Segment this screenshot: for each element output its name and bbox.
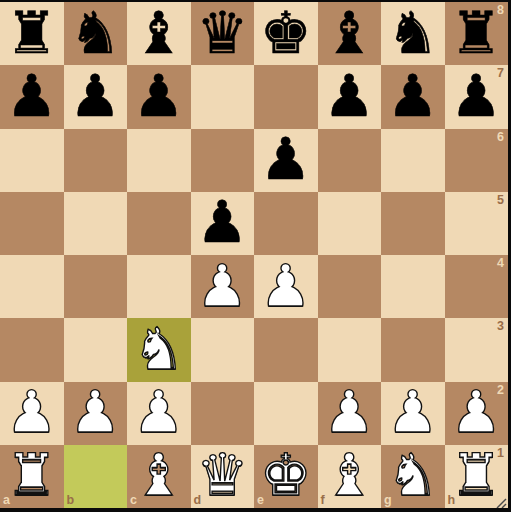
square-d8[interactable]: ♛ — [191, 2, 255, 65]
square-d6[interactable] — [191, 129, 255, 192]
coord-file-h: h — [448, 494, 456, 507]
square-c4[interactable] — [127, 255, 191, 318]
square-d7[interactable] — [191, 65, 255, 128]
square-h1[interactable]: ♜h1 — [445, 445, 509, 508]
piece-black-pawn: ♟ — [69, 67, 121, 125]
piece-white-pawn: ♟ — [260, 257, 312, 315]
board-frame: ♜♞♝♛♚♝♞♜8♟♟♟♟♟♟7♟6♟5♟♟4♞3♟♟♟♟♟♟2♜ab♝c♛d♚… — [0, 0, 511, 512]
piece-black-bishop: ♝ — [133, 4, 185, 62]
square-b6[interactable] — [64, 129, 128, 192]
piece-white-bishop: ♝ — [323, 446, 375, 504]
square-b4[interactable] — [64, 255, 128, 318]
piece-white-pawn: ♟ — [133, 383, 185, 441]
piece-white-knight: ♞ — [387, 446, 439, 504]
chess-board: ♜♞♝♛♚♝♞♜8♟♟♟♟♟♟7♟6♟5♟♟4♞3♟♟♟♟♟♟2♜ab♝c♛d♚… — [0, 2, 508, 508]
coord-file-b: b — [67, 494, 75, 507]
square-d1[interactable]: ♛d — [191, 445, 255, 508]
piece-white-pawn: ♟ — [69, 383, 121, 441]
piece-white-bishop: ♝ — [133, 446, 185, 504]
piece-black-pawn: ♟ — [450, 67, 502, 125]
square-a6[interactable] — [0, 129, 64, 192]
square-b5[interactable] — [64, 192, 128, 255]
square-g1[interactable]: ♞g — [381, 445, 445, 508]
piece-white-knight: ♞ — [133, 320, 185, 378]
coord-rank-8: 8 — [497, 4, 504, 17]
piece-black-pawn: ♟ — [387, 67, 439, 125]
square-a2[interactable]: ♟ — [0, 382, 64, 445]
square-c3[interactable]: ♞ — [127, 318, 191, 381]
square-h3[interactable]: 3 — [445, 318, 509, 381]
square-f8[interactable]: ♝ — [318, 2, 382, 65]
piece-black-pawn: ♟ — [260, 130, 312, 188]
square-h6[interactable]: 6 — [445, 129, 509, 192]
coord-file-c: c — [130, 494, 137, 507]
coord-rank-6: 6 — [497, 131, 504, 144]
piece-black-pawn: ♟ — [6, 67, 58, 125]
square-a5[interactable] — [0, 192, 64, 255]
square-f7[interactable]: ♟ — [318, 65, 382, 128]
square-c2[interactable]: ♟ — [127, 382, 191, 445]
piece-white-pawn: ♟ — [196, 257, 248, 315]
square-a1[interactable]: ♜a — [0, 445, 64, 508]
square-h5[interactable]: 5 — [445, 192, 509, 255]
square-e5[interactable] — [254, 192, 318, 255]
resize-handle-icon[interactable] — [495, 495, 507, 507]
piece-white-pawn: ♟ — [6, 383, 58, 441]
square-f3[interactable] — [318, 318, 382, 381]
square-c8[interactable]: ♝ — [127, 2, 191, 65]
coord-rank-7: 7 — [497, 67, 504, 80]
square-e6[interactable]: ♟ — [254, 129, 318, 192]
square-a4[interactable] — [0, 255, 64, 318]
square-c5[interactable] — [127, 192, 191, 255]
coord-file-d: d — [194, 494, 202, 507]
square-g8[interactable]: ♞ — [381, 2, 445, 65]
square-g7[interactable]: ♟ — [381, 65, 445, 128]
square-f1[interactable]: ♝f — [318, 445, 382, 508]
piece-white-pawn: ♟ — [323, 383, 375, 441]
square-g6[interactable] — [381, 129, 445, 192]
coord-file-f: f — [321, 494, 325, 507]
square-h4[interactable]: 4 — [445, 255, 509, 318]
square-c6[interactable] — [127, 129, 191, 192]
square-e4[interactable]: ♟ — [254, 255, 318, 318]
coord-rank-5: 5 — [497, 194, 504, 207]
square-h8[interactable]: ♜8 — [445, 2, 509, 65]
piece-white-pawn: ♟ — [387, 383, 439, 441]
square-f5[interactable] — [318, 192, 382, 255]
square-g3[interactable] — [381, 318, 445, 381]
square-b1[interactable]: b — [64, 445, 128, 508]
square-b7[interactable]: ♟ — [64, 65, 128, 128]
piece-black-knight: ♞ — [387, 4, 439, 62]
square-a8[interactable]: ♜ — [0, 2, 64, 65]
coord-rank-4: 4 — [497, 257, 504, 270]
square-h7[interactable]: ♟7 — [445, 65, 509, 128]
square-f4[interactable] — [318, 255, 382, 318]
piece-black-rook: ♜ — [450, 4, 502, 62]
square-f2[interactable]: ♟ — [318, 382, 382, 445]
square-d2[interactable] — [191, 382, 255, 445]
piece-black-knight: ♞ — [69, 4, 121, 62]
piece-white-king: ♚ — [260, 446, 312, 504]
square-e8[interactable]: ♚ — [254, 2, 318, 65]
square-d3[interactable] — [191, 318, 255, 381]
coord-rank-3: 3 — [497, 320, 504, 333]
square-d5[interactable]: ♟ — [191, 192, 255, 255]
square-f6[interactable] — [318, 129, 382, 192]
square-d4[interactable]: ♟ — [191, 255, 255, 318]
square-b2[interactable]: ♟ — [64, 382, 128, 445]
piece-white-rook: ♜ — [6, 446, 58, 504]
square-a7[interactable]: ♟ — [0, 65, 64, 128]
square-c7[interactable]: ♟ — [127, 65, 191, 128]
coord-rank-2: 2 — [497, 384, 504, 397]
piece-white-queen: ♛ — [196, 446, 248, 504]
coord-file-g: g — [384, 494, 392, 507]
piece-black-pawn: ♟ — [323, 67, 375, 125]
square-g4[interactable] — [381, 255, 445, 318]
square-b3[interactable] — [64, 318, 128, 381]
piece-black-pawn: ♟ — [133, 67, 185, 125]
piece-black-bishop: ♝ — [323, 4, 375, 62]
square-e7[interactable] — [254, 65, 318, 128]
square-h2[interactable]: ♟2 — [445, 382, 509, 445]
square-e1[interactable]: ♚e — [254, 445, 318, 508]
piece-white-pawn: ♟ — [450, 383, 502, 441]
coord-file-a: a — [3, 494, 10, 507]
square-g5[interactable] — [381, 192, 445, 255]
piece-black-queen: ♛ — [196, 4, 248, 62]
coord-file-e: e — [257, 494, 264, 507]
square-a3[interactable] — [0, 318, 64, 381]
piece-black-pawn: ♟ — [196, 193, 248, 251]
square-e2[interactable] — [254, 382, 318, 445]
coord-rank-1: 1 — [497, 447, 504, 460]
square-c1[interactable]: ♝c — [127, 445, 191, 508]
square-g2[interactable]: ♟ — [381, 382, 445, 445]
piece-black-king: ♚ — [260, 4, 312, 62]
square-b8[interactable]: ♞ — [64, 2, 128, 65]
piece-black-rook: ♜ — [6, 4, 58, 62]
square-e3[interactable] — [254, 318, 318, 381]
